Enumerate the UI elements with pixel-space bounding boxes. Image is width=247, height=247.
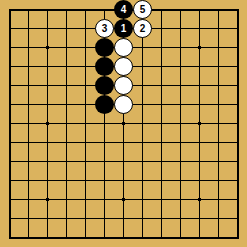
intersection[interactable] [57,76,76,95]
intersection[interactable] [114,57,133,76]
intersection[interactable] [19,57,38,76]
intersection[interactable] [57,190,76,209]
intersection[interactable] [133,57,152,76]
intersection[interactable] [95,95,114,114]
intersection[interactable] [57,95,76,114]
intersection[interactable] [228,57,247,76]
intersection[interactable] [133,114,152,133]
intersection[interactable] [0,0,19,19]
intersection[interactable] [209,133,228,152]
intersection[interactable] [114,152,133,171]
intersection[interactable] [114,133,133,152]
intersection[interactable] [38,228,57,247]
intersection[interactable] [152,171,171,190]
intersection[interactable] [152,152,171,171]
intersection[interactable] [209,38,228,57]
intersection[interactable] [0,152,19,171]
intersection[interactable] [38,171,57,190]
intersection[interactable] [76,76,95,95]
intersection[interactable] [209,95,228,114]
intersection[interactable] [57,38,76,57]
intersection[interactable] [133,228,152,247]
intersection[interactable] [171,171,190,190]
intersection[interactable] [95,133,114,152]
intersection[interactable] [114,38,133,57]
intersection[interactable] [228,0,247,19]
intersection[interactable] [76,152,95,171]
stone-white-move-3: 3 [95,19,114,38]
stone-black [95,95,114,114]
intersection[interactable] [171,114,190,133]
intersection[interactable] [171,19,190,38]
intersection[interactable] [209,190,228,209]
intersection[interactable] [95,57,114,76]
intersection[interactable] [57,114,76,133]
intersection[interactable] [19,133,38,152]
intersection[interactable] [152,114,171,133]
intersection[interactable] [190,38,209,57]
intersection[interactable] [133,38,152,57]
intersection[interactable] [57,57,76,76]
intersection[interactable] [95,38,114,57]
intersection[interactable] [209,209,228,228]
intersection[interactable] [152,95,171,114]
stone-black [95,57,114,76]
intersection[interactable] [133,152,152,171]
intersection[interactable] [0,171,19,190]
intersection[interactable] [95,228,114,247]
intersection[interactable] [171,152,190,171]
star-point [198,198,201,201]
intersection[interactable] [38,190,57,209]
intersection[interactable] [95,190,114,209]
intersection[interactable] [0,228,19,247]
intersection[interactable] [76,228,95,247]
intersection[interactable] [76,114,95,133]
intersection[interactable] [0,57,19,76]
star-point [198,122,201,125]
intersection[interactable] [209,76,228,95]
star-point [46,122,49,125]
intersection[interactable] [57,19,76,38]
intersection[interactable] [228,209,247,228]
intersection[interactable] [171,38,190,57]
intersection[interactable] [190,171,209,190]
intersection[interactable] [19,95,38,114]
intersection[interactable] [114,190,133,209]
intersection[interactable] [152,0,171,19]
move-number-label: 1 [121,24,127,34]
intersection[interactable] [57,152,76,171]
intersection[interactable] [57,228,76,247]
intersection[interactable] [114,209,133,228]
intersection[interactable] [19,209,38,228]
intersection[interactable] [38,19,57,38]
intersection[interactable] [152,76,171,95]
intersection[interactable] [38,57,57,76]
stone-white-move-5: 5 [133,0,152,19]
intersection[interactable] [76,38,95,57]
intersection[interactable] [228,133,247,152]
intersection[interactable] [114,171,133,190]
intersection[interactable] [57,0,76,19]
intersection[interactable]: 1 [114,19,133,38]
move-number-label: 5 [140,5,146,15]
intersection[interactable] [190,95,209,114]
intersection[interactable] [190,19,209,38]
intersection[interactable] [209,152,228,171]
intersection[interactable] [76,57,95,76]
go-board-diagram: 45312 [0,0,247,247]
intersection[interactable] [133,171,152,190]
intersection[interactable] [95,171,114,190]
intersection[interactable] [57,209,76,228]
stone-white [114,38,133,57]
intersection[interactable] [76,95,95,114]
intersection[interactable] [0,19,19,38]
intersection[interactable] [133,209,152,228]
intersection[interactable] [209,19,228,38]
intersection[interactable] [19,228,38,247]
intersection[interactable]: 2 [133,19,152,38]
intersection[interactable] [209,114,228,133]
intersection[interactable] [19,38,38,57]
intersection[interactable] [76,190,95,209]
intersection[interactable] [95,76,114,95]
intersection[interactable] [152,228,171,247]
intersection[interactable] [228,19,247,38]
intersection[interactable] [190,57,209,76]
intersection[interactable] [133,133,152,152]
intersection[interactable] [38,209,57,228]
intersection[interactable] [76,133,95,152]
intersection[interactable] [228,171,247,190]
intersection[interactable] [209,57,228,76]
intersection[interactable] [19,190,38,209]
intersection[interactable] [190,152,209,171]
intersection[interactable] [228,228,247,247]
star-point [122,198,125,201]
intersection[interactable] [0,38,19,57]
stone-black-move-4: 4 [114,0,133,19]
intersection[interactable] [38,95,57,114]
intersection[interactable] [171,0,190,19]
star-point [46,46,49,49]
intersection[interactable] [19,152,38,171]
intersection[interactable] [38,76,57,95]
intersection[interactable] [95,209,114,228]
intersection[interactable] [190,76,209,95]
stone-black [95,38,114,57]
intersection[interactable] [228,114,247,133]
star-point [46,198,49,201]
intersection[interactable]: 5 [133,0,152,19]
move-number-label: 4 [121,5,127,15]
intersection[interactable] [209,228,228,247]
intersection[interactable] [171,95,190,114]
star-point [122,122,125,125]
intersection[interactable] [133,76,152,95]
intersection[interactable] [171,228,190,247]
stone-white [114,95,133,114]
intersection[interactable] [190,209,209,228]
intersection[interactable] [171,190,190,209]
intersection[interactable] [0,76,19,95]
intersection[interactable] [152,190,171,209]
intersection[interactable] [38,133,57,152]
intersection[interactable] [19,19,38,38]
intersection[interactable] [228,95,247,114]
intersection[interactable] [190,114,209,133]
intersection[interactable] [228,190,247,209]
intersection[interactable] [228,38,247,57]
intersection[interactable] [171,76,190,95]
intersection[interactable] [190,0,209,19]
intersection[interactable] [114,95,133,114]
intersection[interactable]: 4 [114,0,133,19]
intersection[interactable] [0,95,19,114]
intersection[interactable] [19,0,38,19]
intersection[interactable] [76,209,95,228]
stone-black-move-1: 1 [114,19,133,38]
intersection[interactable] [228,76,247,95]
intersection[interactable] [190,133,209,152]
stone-white [114,76,133,95]
intersection[interactable] [152,38,171,57]
intersection[interactable] [95,152,114,171]
goban: 45312 [0,0,247,247]
intersection[interactable] [38,152,57,171]
intersection[interactable] [209,171,228,190]
move-number-label: 3 [102,24,108,34]
intersection[interactable] [19,171,38,190]
intersection[interactable] [38,114,57,133]
stone-white [114,57,133,76]
stone-black [95,76,114,95]
intersection[interactable] [152,19,171,38]
intersection[interactable] [190,228,209,247]
intersection[interactable] [0,114,19,133]
intersection[interactable] [114,76,133,95]
intersection[interactable] [95,114,114,133]
intersection[interactable] [133,190,152,209]
intersection[interactable] [0,209,19,228]
stone-white-move-2: 2 [133,19,152,38]
intersection[interactable] [38,0,57,19]
intersection[interactable] [38,38,57,57]
star-point [198,46,201,49]
intersection[interactable] [171,209,190,228]
intersection[interactable] [76,171,95,190]
intersection[interactable] [57,133,76,152]
intersection[interactable] [171,57,190,76]
intersection[interactable] [95,0,114,19]
intersection[interactable] [57,171,76,190]
intersection[interactable] [0,190,19,209]
intersection[interactable] [76,19,95,38]
move-number-label: 2 [140,24,146,34]
intersection[interactable] [190,190,209,209]
intersection[interactable] [209,0,228,19]
intersection[interactable] [0,133,19,152]
intersection[interactable]: 3 [95,19,114,38]
intersection[interactable] [152,57,171,76]
intersection[interactable] [133,95,152,114]
intersection[interactable] [114,228,133,247]
intersection[interactable] [114,114,133,133]
intersection[interactable] [171,133,190,152]
intersection[interactable] [19,114,38,133]
intersection[interactable] [19,76,38,95]
intersection[interactable] [152,133,171,152]
intersection[interactable] [228,152,247,171]
intersection[interactable] [152,209,171,228]
intersection[interactable] [76,0,95,19]
